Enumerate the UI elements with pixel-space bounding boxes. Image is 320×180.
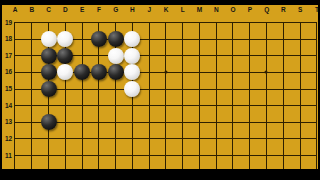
intersection-J16[interactable] [141,64,158,81]
intersection-R15[interactable] [275,81,292,98]
intersection-Q19[interactable] [258,14,275,31]
intersection-L15[interactable] [174,81,191,98]
intersection-L19[interactable] [174,14,191,31]
black-stone-D17 [57,48,73,64]
intersection-F12[interactable] [90,131,107,148]
intersection-N18[interactable] [208,31,225,48]
intersection-H10[interactable] [124,164,141,169]
intersection-Q11[interactable] [258,147,275,164]
star-point-K16 [164,71,167,74]
intersection-L17[interactable] [174,47,191,64]
row-label-17: 17 [3,52,15,60]
intersection-E16[interactable] [74,64,91,81]
intersection-H16[interactable] [124,64,141,81]
intersection-B13[interactable] [23,114,40,131]
intersection-S10[interactable] [292,164,309,169]
intersection-T15[interactable] [308,81,318,98]
white-stone-H15 [124,81,140,97]
intersection-B19[interactable] [23,14,40,31]
intersection-M12[interactable] [191,131,208,148]
intersection-F16[interactable] [90,64,107,81]
intersection-J10[interactable] [141,164,158,169]
intersection-G10[interactable] [107,164,124,169]
intersection-L14[interactable] [174,97,191,114]
intersection-K17[interactable] [158,47,175,64]
col-label-M: M [194,6,206,14]
intersection-M18[interactable] [191,31,208,48]
intersection-B16[interactable] [23,64,40,81]
intersection-K15[interactable] [158,81,175,98]
intersection-P11[interactable] [241,147,258,164]
intersection-D14[interactable] [57,97,74,114]
intersection-J11[interactable] [141,147,158,164]
intersection-T11[interactable] [308,147,318,164]
intersection-P18[interactable] [241,31,258,48]
intersection-K14[interactable] [158,97,175,114]
go-board-grid [7,14,318,169]
intersection-C19[interactable] [40,14,57,31]
intersection-T10[interactable] [308,164,318,169]
intersection-C18[interactable] [40,31,57,48]
row-label-15: 15 [3,85,15,93]
intersection-E15[interactable] [74,81,91,98]
intersection-T19[interactable] [308,14,318,31]
intersection-P13[interactable] [241,114,258,131]
intersection-B10[interactable] [23,164,40,169]
black-stone-C13 [41,114,57,130]
intersection-Q12[interactable] [258,131,275,148]
intersection-D10[interactable] [57,164,74,169]
intersection-O16[interactable] [225,64,242,81]
intersection-E11[interactable] [74,147,91,164]
intersection-H18[interactable] [124,31,141,48]
intersection-D12[interactable] [57,131,74,148]
intersection-G19[interactable] [107,14,124,31]
intersection-M13[interactable] [191,114,208,131]
intersection-R13[interactable] [275,114,292,131]
intersection-F11[interactable] [90,147,107,164]
intersection-C11[interactable] [40,147,57,164]
intersection-P15[interactable] [241,81,258,98]
col-label-G: G [110,6,122,14]
intersection-D18[interactable] [57,31,74,48]
col-label-J: J [143,6,155,14]
intersection-N11[interactable] [208,147,225,164]
intersection-N14[interactable] [208,97,225,114]
intersection-G17[interactable] [107,47,124,64]
white-stone-H18 [124,31,140,47]
intersection-H14[interactable] [124,97,141,114]
intersection-N16[interactable] [208,64,225,81]
intersection-J12[interactable] [141,131,158,148]
intersection-N12[interactable] [208,131,225,148]
intersection-D17[interactable] [57,47,74,64]
intersection-D15[interactable] [57,81,74,98]
intersection-M16[interactable] [191,64,208,81]
row-label-16: 16 [3,68,15,76]
row-label-11: 11 [3,152,15,160]
intersection-O15[interactable] [225,81,242,98]
row-label-12: 12 [3,135,15,143]
intersection-T12[interactable] [308,131,318,148]
black-stone-C15 [41,81,57,97]
screen: ABCDEFGHJKLMNOPQRST 19181716151413121110 [0,0,320,180]
intersection-K12[interactable] [158,131,175,148]
intersection-E17[interactable] [74,47,91,64]
intersection-E14[interactable] [74,97,91,114]
intersection-H17[interactable] [124,47,141,64]
intersection-B18[interactable] [23,31,40,48]
intersection-R14[interactable] [275,97,292,114]
intersection-R18[interactable] [275,31,292,48]
intersection-C13[interactable] [40,114,57,131]
col-label-Q: Q [261,6,273,14]
row-label-13: 13 [3,118,15,126]
intersection-L11[interactable] [174,147,191,164]
intersection-D16[interactable] [57,64,74,81]
intersection-N10[interactable] [208,164,225,169]
intersection-S15[interactable] [292,81,309,98]
intersection-G11[interactable] [107,147,124,164]
white-stone-D18 [57,31,73,47]
black-stone-G18 [108,31,124,47]
col-label-E: E [76,6,88,14]
col-label-K: K [160,6,172,14]
intersection-C15[interactable] [40,81,57,98]
intersection-B11[interactable] [23,147,40,164]
intersection-R16[interactable] [275,64,292,81]
intersection-K13[interactable] [158,114,175,131]
black-stone-C16 [41,64,57,80]
col-label-T: T [311,6,318,14]
intersection-P16[interactable] [241,64,258,81]
intersection-M10[interactable] [191,164,208,169]
intersection-O12[interactable] [225,131,242,148]
col-label-L: L [177,6,189,14]
col-label-C: C [43,6,55,14]
intersection-Q15[interactable] [258,81,275,98]
black-stone-F18 [91,31,107,47]
intersection-P10[interactable] [241,164,258,169]
black-stone-G16 [108,64,124,80]
intersection-P12[interactable] [241,131,258,148]
intersection-N15[interactable] [208,81,225,98]
intersection-G15[interactable] [107,81,124,98]
col-label-B: B [26,6,38,14]
intersection-S16[interactable] [292,64,309,81]
intersection-H15[interactable] [124,81,141,98]
intersection-Q13[interactable] [258,114,275,131]
intersection-J17[interactable] [141,47,158,64]
intersection-H12[interactable] [124,131,141,148]
intersection-J15[interactable] [141,81,158,98]
intersection-G14[interactable] [107,97,124,114]
intersection-T18[interactable] [308,31,318,48]
intersection-N19[interactable] [208,14,225,31]
intersection-T14[interactable] [308,97,318,114]
intersection-O13[interactable] [225,114,242,131]
white-stone-G17 [108,48,124,64]
intersection-F10[interactable] [90,164,107,169]
intersection-H19[interactable] [124,14,141,31]
white-stone-C18 [41,31,57,47]
intersection-N17[interactable] [208,47,225,64]
col-label-D: D [59,6,71,14]
intersection-R17[interactable] [275,47,292,64]
intersection-F19[interactable] [90,14,107,31]
row-label-18: 18 [3,35,15,43]
intersection-C14[interactable] [40,97,57,114]
intersection-M11[interactable] [191,147,208,164]
intersection-J18[interactable] [141,31,158,48]
intersection-F13[interactable] [90,114,107,131]
intersection-C17[interactable] [40,47,57,64]
intersection-K16[interactable] [158,64,175,81]
intersection-Q17[interactable] [258,47,275,64]
intersection-M15[interactable] [191,81,208,98]
col-label-H: H [126,6,138,14]
intersection-B14[interactable] [23,97,40,114]
intersection-Q14[interactable] [258,97,275,114]
intersection-S11[interactable] [292,147,309,164]
row-label-19: 19 [3,19,15,27]
intersection-F15[interactable] [90,81,107,98]
intersection-D13[interactable] [57,114,74,131]
intersection-C10[interactable] [40,164,57,169]
intersection-F18[interactable] [90,31,107,48]
col-label-A: A [9,6,21,14]
intersection-B15[interactable] [23,81,40,98]
go-board-viewport: ABCDEFGHJKLMNOPQRST 19181716151413121110 [2,5,318,169]
intersection-Q16[interactable] [258,64,275,81]
intersection-C16[interactable] [40,64,57,81]
intersection-J13[interactable] [141,114,158,131]
intersection-T16[interactable] [308,64,318,81]
intersection-K11[interactable] [158,147,175,164]
intersection-T13[interactable] [308,114,318,131]
star-point-Q16 [265,71,268,74]
intersection-L18[interactable] [174,31,191,48]
intersection-G16[interactable] [107,64,124,81]
intersection-M19[interactable] [191,14,208,31]
intersection-S17[interactable] [292,47,309,64]
intersection-L13[interactable] [174,114,191,131]
intersection-E12[interactable] [74,131,91,148]
intersection-R12[interactable] [275,131,292,148]
intersection-F17[interactable] [90,47,107,64]
intersection-S18[interactable] [292,31,309,48]
intersection-P17[interactable] [241,47,258,64]
intersection-S14[interactable] [292,97,309,114]
intersection-D19[interactable] [57,14,74,31]
white-stone-H16 [124,64,140,80]
intersection-E10[interactable] [74,164,91,169]
intersection-P19[interactable] [241,14,258,31]
col-label-O: O [227,6,239,14]
intersection-F14[interactable] [90,97,107,114]
intersection-Q10[interactable] [258,164,275,169]
intersection-O18[interactable] [225,31,242,48]
intersection-K18[interactable] [158,31,175,48]
intersection-R11[interactable] [275,147,292,164]
intersection-J14[interactable] [141,97,158,114]
intersection-O10[interactable] [225,164,242,169]
white-stone-D16 [57,64,73,80]
intersection-O14[interactable] [225,97,242,114]
intersection-T17[interactable] [308,47,318,64]
intersection-K19[interactable] [158,14,175,31]
intersection-J19[interactable] [141,14,158,31]
col-label-P: P [244,6,256,14]
intersection-N13[interactable] [208,114,225,131]
intersection-S12[interactable] [292,131,309,148]
intersection-D11[interactable] [57,147,74,164]
intersection-L10[interactable] [174,164,191,169]
intersection-G13[interactable] [107,114,124,131]
intersection-E13[interactable] [74,114,91,131]
intersection-M17[interactable] [191,47,208,64]
white-stone-H17 [124,48,140,64]
intersection-S19[interactable] [292,14,309,31]
col-label-S: S [294,6,306,14]
intersection-B17[interactable] [23,47,40,64]
intersection-M14[interactable] [191,97,208,114]
intersection-H11[interactable] [124,147,141,164]
intersection-E18[interactable] [74,31,91,48]
intersection-G12[interactable] [107,131,124,148]
black-stone-E16 [74,64,90,80]
intersection-L12[interactable] [174,131,191,148]
col-label-N: N [210,6,222,14]
black-stone-F16 [91,64,107,80]
intersection-Q18[interactable] [258,31,275,48]
intersection-P14[interactable] [241,97,258,114]
intersection-E19[interactable] [74,14,91,31]
row-label-10: 10 [3,168,15,169]
intersection-C12[interactable] [40,131,57,148]
intersection-G18[interactable] [107,31,124,48]
intersection-R19[interactable] [275,14,292,31]
intersection-B12[interactable] [23,131,40,148]
black-stone-C17 [41,48,57,64]
intersection-L16[interactable] [174,64,191,81]
intersection-O19[interactable] [225,14,242,31]
col-label-F: F [93,6,105,14]
row-label-14: 14 [3,102,15,110]
intersection-O11[interactable] [225,147,242,164]
intersection-R10[interactable] [275,164,292,169]
intersection-H13[interactable] [124,114,141,131]
intersection-S13[interactable] [292,114,309,131]
intersection-O17[interactable] [225,47,242,64]
intersection-K10[interactable] [158,164,175,169]
col-label-R: R [277,6,289,14]
